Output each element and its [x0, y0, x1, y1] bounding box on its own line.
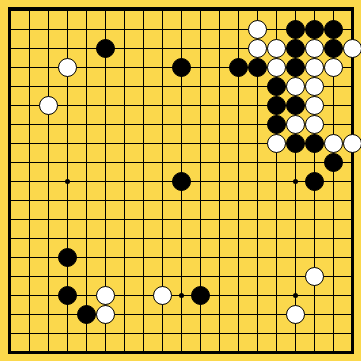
- intersection[interactable]: [115, 115, 134, 134]
- intersection[interactable]: [210, 210, 229, 229]
- intersection[interactable]: [191, 191, 210, 210]
- intersection[interactable]: [267, 172, 286, 191]
- intersection[interactable]: [39, 172, 58, 191]
- intersection[interactable]: [115, 58, 134, 77]
- intersection[interactable]: [115, 286, 134, 305]
- intersection[interactable]: [134, 153, 153, 172]
- intersection[interactable]: [343, 248, 361, 267]
- intersection[interactable]: [229, 191, 248, 210]
- intersection[interactable]: [248, 77, 267, 96]
- intersection[interactable]: [58, 191, 77, 210]
- intersection[interactable]: [343, 324, 361, 343]
- intersection[interactable]: [153, 343, 172, 361]
- intersection[interactable]: ○: [305, 39, 324, 58]
- intersection[interactable]: [210, 343, 229, 361]
- intersection[interactable]: ●: [324, 20, 343, 39]
- intersection[interactable]: [248, 343, 267, 361]
- intersection[interactable]: [191, 343, 210, 361]
- intersection[interactable]: [153, 96, 172, 115]
- intersection[interactable]: ○: [343, 39, 361, 58]
- intersection[interactable]: ●: [286, 134, 305, 153]
- intersection[interactable]: [77, 324, 96, 343]
- intersection[interactable]: [77, 172, 96, 191]
- intersection[interactable]: [286, 210, 305, 229]
- intersection[interactable]: [77, 77, 96, 96]
- intersection[interactable]: [153, 191, 172, 210]
- intersection[interactable]: [191, 210, 210, 229]
- intersection[interactable]: ●: [191, 286, 210, 305]
- intersection[interactable]: [248, 286, 267, 305]
- intersection[interactable]: [172, 191, 191, 210]
- intersection[interactable]: [134, 210, 153, 229]
- intersection[interactable]: [324, 248, 343, 267]
- intersection[interactable]: [96, 267, 115, 286]
- intersection[interactable]: [229, 172, 248, 191]
- intersection[interactable]: [115, 305, 134, 324]
- intersection[interactable]: [1, 20, 20, 39]
- intersection[interactable]: ●: [229, 58, 248, 77]
- intersection[interactable]: [115, 153, 134, 172]
- intersection[interactable]: [210, 1, 229, 20]
- intersection[interactable]: ○: [267, 58, 286, 77]
- intersection[interactable]: ●: [58, 286, 77, 305]
- intersection[interactable]: [96, 343, 115, 361]
- intersection[interactable]: [134, 191, 153, 210]
- intersection[interactable]: [115, 1, 134, 20]
- intersection[interactable]: [267, 267, 286, 286]
- intersection[interactable]: [1, 229, 20, 248]
- intersection[interactable]: [134, 172, 153, 191]
- intersection[interactable]: [324, 172, 343, 191]
- intersection[interactable]: ●: [58, 248, 77, 267]
- intersection[interactable]: [229, 210, 248, 229]
- intersection[interactable]: [343, 229, 361, 248]
- intersection[interactable]: [324, 1, 343, 20]
- intersection[interactable]: [191, 305, 210, 324]
- intersection[interactable]: [1, 172, 20, 191]
- intersection[interactable]: [1, 324, 20, 343]
- intersection[interactable]: [39, 305, 58, 324]
- intersection[interactable]: [115, 39, 134, 58]
- intersection[interactable]: [39, 39, 58, 58]
- intersection[interactable]: [267, 305, 286, 324]
- intersection[interactable]: [343, 77, 361, 96]
- intersection[interactable]: [58, 77, 77, 96]
- intersection[interactable]: [172, 96, 191, 115]
- intersection[interactable]: [343, 343, 361, 361]
- intersection[interactable]: [343, 305, 361, 324]
- intersection[interactable]: [248, 153, 267, 172]
- intersection[interactable]: [20, 172, 39, 191]
- intersection[interactable]: ●: [267, 96, 286, 115]
- intersection[interactable]: [39, 229, 58, 248]
- intersection[interactable]: [229, 248, 248, 267]
- intersection[interactable]: [267, 343, 286, 361]
- intersection[interactable]: [210, 229, 229, 248]
- intersection[interactable]: [172, 343, 191, 361]
- intersection[interactable]: [210, 286, 229, 305]
- intersection[interactable]: [134, 20, 153, 39]
- intersection[interactable]: [267, 153, 286, 172]
- intersection[interactable]: ●: [77, 305, 96, 324]
- intersection[interactable]: [115, 210, 134, 229]
- intersection[interactable]: [115, 343, 134, 361]
- intersection[interactable]: [20, 1, 39, 20]
- intersection[interactable]: [96, 229, 115, 248]
- intersection[interactable]: [134, 77, 153, 96]
- intersection[interactable]: [96, 191, 115, 210]
- intersection[interactable]: [77, 20, 96, 39]
- intersection[interactable]: [153, 58, 172, 77]
- intersection[interactable]: [96, 248, 115, 267]
- intersection[interactable]: [305, 229, 324, 248]
- intersection[interactable]: [191, 153, 210, 172]
- intersection[interactable]: [153, 229, 172, 248]
- intersection[interactable]: [1, 153, 20, 172]
- intersection[interactable]: [134, 134, 153, 153]
- intersection[interactable]: [58, 172, 77, 191]
- intersection[interactable]: [191, 20, 210, 39]
- intersection[interactable]: [343, 1, 361, 20]
- intersection[interactable]: ○: [305, 77, 324, 96]
- intersection[interactable]: ○: [305, 96, 324, 115]
- intersection[interactable]: [20, 115, 39, 134]
- intersection[interactable]: [1, 267, 20, 286]
- intersection[interactable]: [172, 77, 191, 96]
- intersection[interactable]: [115, 172, 134, 191]
- intersection[interactable]: [134, 324, 153, 343]
- intersection[interactable]: [134, 39, 153, 58]
- intersection[interactable]: [39, 210, 58, 229]
- intersection[interactable]: [153, 305, 172, 324]
- intersection[interactable]: [229, 39, 248, 58]
- intersection[interactable]: [248, 324, 267, 343]
- intersection[interactable]: [229, 20, 248, 39]
- intersection[interactable]: [267, 210, 286, 229]
- intersection[interactable]: [153, 267, 172, 286]
- intersection[interactable]: [20, 210, 39, 229]
- intersection[interactable]: [210, 134, 229, 153]
- intersection[interactable]: [115, 267, 134, 286]
- intersection[interactable]: [39, 343, 58, 361]
- intersection[interactable]: [172, 1, 191, 20]
- intersection[interactable]: [39, 20, 58, 39]
- intersection[interactable]: [210, 305, 229, 324]
- intersection[interactable]: [286, 229, 305, 248]
- intersection[interactable]: [248, 172, 267, 191]
- intersection[interactable]: [20, 58, 39, 77]
- intersection[interactable]: ●: [305, 20, 324, 39]
- intersection[interactable]: [39, 324, 58, 343]
- intersection[interactable]: [343, 191, 361, 210]
- intersection[interactable]: [134, 115, 153, 134]
- intersection[interactable]: [153, 77, 172, 96]
- intersection[interactable]: [115, 191, 134, 210]
- intersection[interactable]: ●: [286, 39, 305, 58]
- intersection[interactable]: [210, 96, 229, 115]
- intersection[interactable]: [324, 305, 343, 324]
- intersection[interactable]: [153, 39, 172, 58]
- intersection[interactable]: [267, 191, 286, 210]
- intersection[interactable]: ○: [324, 134, 343, 153]
- intersection[interactable]: ○: [305, 58, 324, 77]
- intersection[interactable]: [96, 324, 115, 343]
- intersection[interactable]: [20, 229, 39, 248]
- intersection[interactable]: [77, 343, 96, 361]
- intersection[interactable]: [305, 343, 324, 361]
- intersection[interactable]: [96, 115, 115, 134]
- intersection[interactable]: [77, 1, 96, 20]
- intersection[interactable]: [58, 210, 77, 229]
- intersection[interactable]: [153, 134, 172, 153]
- intersection[interactable]: [248, 134, 267, 153]
- intersection[interactable]: [210, 248, 229, 267]
- intersection[interactable]: [305, 153, 324, 172]
- intersection[interactable]: ●: [324, 39, 343, 58]
- intersection[interactable]: [77, 134, 96, 153]
- intersection[interactable]: [20, 77, 39, 96]
- intersection[interactable]: [20, 305, 39, 324]
- intersection[interactable]: [77, 229, 96, 248]
- intersection[interactable]: [172, 210, 191, 229]
- intersection[interactable]: [1, 1, 20, 20]
- intersection[interactable]: [39, 77, 58, 96]
- intersection[interactable]: [191, 77, 210, 96]
- intersection[interactable]: [229, 153, 248, 172]
- intersection[interactable]: [172, 324, 191, 343]
- intersection[interactable]: [324, 324, 343, 343]
- intersection[interactable]: [172, 153, 191, 172]
- intersection[interactable]: ○: [96, 305, 115, 324]
- intersection[interactable]: ●: [96, 39, 115, 58]
- intersection[interactable]: ●: [267, 77, 286, 96]
- intersection[interactable]: [210, 77, 229, 96]
- intersection[interactable]: [77, 210, 96, 229]
- intersection[interactable]: [343, 96, 361, 115]
- intersection[interactable]: [286, 267, 305, 286]
- intersection[interactable]: [1, 191, 20, 210]
- intersection[interactable]: [58, 267, 77, 286]
- intersection[interactable]: [172, 134, 191, 153]
- intersection[interactable]: [248, 96, 267, 115]
- intersection[interactable]: [267, 1, 286, 20]
- intersection[interactable]: [20, 191, 39, 210]
- intersection[interactable]: [305, 1, 324, 20]
- intersection[interactable]: ○: [286, 305, 305, 324]
- intersection[interactable]: [1, 96, 20, 115]
- intersection[interactable]: [77, 96, 96, 115]
- go-board[interactable]: ○●●●●○○●○●○○●●●○●○○●○○○●●○●○○○●●○○●●●●○●…: [0, 0, 361, 361]
- intersection[interactable]: [134, 343, 153, 361]
- intersection[interactable]: [248, 248, 267, 267]
- intersection[interactable]: [267, 286, 286, 305]
- intersection[interactable]: [172, 286, 191, 305]
- intersection[interactable]: [286, 1, 305, 20]
- intersection[interactable]: [229, 229, 248, 248]
- intersection[interactable]: ○: [96, 286, 115, 305]
- intersection[interactable]: [1, 77, 20, 96]
- intersection[interactable]: [286, 286, 305, 305]
- intersection[interactable]: ●: [172, 58, 191, 77]
- intersection[interactable]: [210, 153, 229, 172]
- intersection[interactable]: [58, 153, 77, 172]
- intersection[interactable]: [58, 1, 77, 20]
- intersection[interactable]: [134, 267, 153, 286]
- intersection[interactable]: [210, 324, 229, 343]
- intersection[interactable]: [324, 286, 343, 305]
- intersection[interactable]: ○: [248, 39, 267, 58]
- intersection[interactable]: [248, 267, 267, 286]
- intersection[interactable]: [39, 134, 58, 153]
- intersection[interactable]: [20, 20, 39, 39]
- intersection[interactable]: [1, 210, 20, 229]
- intersection[interactable]: [20, 248, 39, 267]
- intersection[interactable]: ○: [248, 20, 267, 39]
- intersection[interactable]: [172, 248, 191, 267]
- intersection[interactable]: ●: [172, 172, 191, 191]
- intersection[interactable]: [229, 77, 248, 96]
- intersection[interactable]: [1, 39, 20, 58]
- intersection[interactable]: [77, 191, 96, 210]
- intersection[interactable]: ○: [58, 58, 77, 77]
- intersection[interactable]: [58, 20, 77, 39]
- intersection[interactable]: [343, 20, 361, 39]
- intersection[interactable]: ○: [153, 286, 172, 305]
- intersection[interactable]: [20, 286, 39, 305]
- intersection[interactable]: [153, 172, 172, 191]
- intersection[interactable]: ●: [248, 58, 267, 77]
- intersection[interactable]: [1, 115, 20, 134]
- intersection[interactable]: [77, 39, 96, 58]
- intersection[interactable]: [153, 1, 172, 20]
- intersection[interactable]: [115, 77, 134, 96]
- intersection[interactable]: ○: [305, 267, 324, 286]
- intersection[interactable]: [324, 267, 343, 286]
- intersection[interactable]: [286, 343, 305, 361]
- intersection[interactable]: ●: [267, 115, 286, 134]
- intersection[interactable]: [39, 153, 58, 172]
- intersection[interactable]: [96, 134, 115, 153]
- intersection[interactable]: [39, 286, 58, 305]
- intersection[interactable]: [324, 229, 343, 248]
- intersection[interactable]: [172, 267, 191, 286]
- intersection[interactable]: [96, 172, 115, 191]
- intersection[interactable]: [210, 267, 229, 286]
- intersection[interactable]: [210, 39, 229, 58]
- intersection[interactable]: [286, 248, 305, 267]
- intersection[interactable]: [58, 96, 77, 115]
- intersection[interactable]: [77, 267, 96, 286]
- intersection[interactable]: [39, 1, 58, 20]
- intersection[interactable]: [229, 96, 248, 115]
- intersection[interactable]: [115, 20, 134, 39]
- intersection[interactable]: [134, 58, 153, 77]
- intersection[interactable]: [229, 267, 248, 286]
- intersection[interactable]: [20, 343, 39, 361]
- intersection[interactable]: [210, 58, 229, 77]
- intersection[interactable]: [248, 210, 267, 229]
- intersection[interactable]: [1, 134, 20, 153]
- intersection[interactable]: [96, 20, 115, 39]
- intersection[interactable]: [172, 229, 191, 248]
- intersection[interactable]: [191, 1, 210, 20]
- intersection[interactable]: [1, 286, 20, 305]
- intersection[interactable]: [248, 191, 267, 210]
- intersection[interactable]: [134, 286, 153, 305]
- intersection[interactable]: [229, 115, 248, 134]
- intersection[interactable]: [153, 324, 172, 343]
- intersection[interactable]: [324, 115, 343, 134]
- intersection[interactable]: [229, 324, 248, 343]
- intersection[interactable]: [191, 267, 210, 286]
- intersection[interactable]: [1, 248, 20, 267]
- intersection[interactable]: [248, 229, 267, 248]
- intersection[interactable]: [343, 286, 361, 305]
- intersection[interactable]: [58, 324, 77, 343]
- intersection[interactable]: [58, 115, 77, 134]
- intersection[interactable]: [58, 39, 77, 58]
- intersection[interactable]: [58, 229, 77, 248]
- intersection[interactable]: [96, 1, 115, 20]
- intersection[interactable]: [20, 153, 39, 172]
- intersection[interactable]: [343, 115, 361, 134]
- intersection[interactable]: [248, 305, 267, 324]
- intersection[interactable]: [286, 153, 305, 172]
- intersection[interactable]: [134, 96, 153, 115]
- intersection[interactable]: [20, 134, 39, 153]
- intersection[interactable]: ○: [343, 134, 361, 153]
- intersection[interactable]: [115, 96, 134, 115]
- intersection[interactable]: [267, 20, 286, 39]
- intersection[interactable]: ●: [324, 153, 343, 172]
- intersection[interactable]: [134, 1, 153, 20]
- intersection[interactable]: [191, 324, 210, 343]
- intersection[interactable]: [96, 58, 115, 77]
- intersection[interactable]: [77, 286, 96, 305]
- intersection[interactable]: [191, 96, 210, 115]
- intersection[interactable]: [115, 324, 134, 343]
- intersection[interactable]: [324, 191, 343, 210]
- intersection[interactable]: [210, 115, 229, 134]
- intersection[interactable]: [153, 210, 172, 229]
- intersection[interactable]: [248, 115, 267, 134]
- intersection[interactable]: [39, 115, 58, 134]
- intersection[interactable]: [172, 39, 191, 58]
- intersection[interactable]: [96, 77, 115, 96]
- intersection[interactable]: ●: [286, 96, 305, 115]
- intersection[interactable]: [343, 153, 361, 172]
- intersection[interactable]: [153, 153, 172, 172]
- intersection[interactable]: [96, 210, 115, 229]
- intersection[interactable]: [172, 20, 191, 39]
- intersection[interactable]: [324, 96, 343, 115]
- intersection[interactable]: [96, 153, 115, 172]
- intersection[interactable]: [191, 39, 210, 58]
- intersection[interactable]: [191, 134, 210, 153]
- intersection[interactable]: [324, 77, 343, 96]
- intersection[interactable]: [96, 96, 115, 115]
- intersection[interactable]: [324, 343, 343, 361]
- intersection[interactable]: [286, 172, 305, 191]
- intersection[interactable]: [1, 58, 20, 77]
- intersection[interactable]: [229, 286, 248, 305]
- intersection[interactable]: [191, 248, 210, 267]
- intersection[interactable]: [172, 115, 191, 134]
- intersection[interactable]: ○: [324, 58, 343, 77]
- intersection[interactable]: ○: [286, 115, 305, 134]
- intersection[interactable]: [77, 115, 96, 134]
- intersection[interactable]: ○: [267, 39, 286, 58]
